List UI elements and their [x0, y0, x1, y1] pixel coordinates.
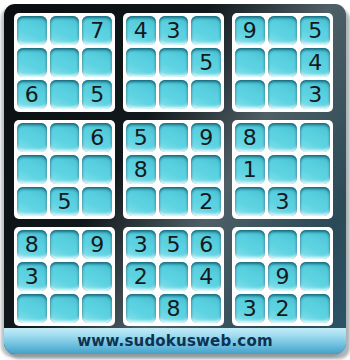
- cell-r5c8[interactable]: [268, 155, 298, 184]
- cell-r9c5[interactable]: 8: [159, 294, 189, 323]
- cell-r9c4[interactable]: [126, 294, 156, 323]
- cell-r1c1[interactable]: [17, 16, 47, 45]
- cell-r7c4[interactable]: 3: [126, 230, 156, 259]
- cell-r3c1[interactable]: 6: [17, 80, 47, 109]
- cell-r3c6[interactable]: [191, 80, 221, 109]
- cell-r2c1[interactable]: [17, 48, 47, 77]
- cell-r5c2[interactable]: [50, 155, 80, 184]
- cell-r3c5[interactable]: [159, 80, 189, 109]
- cell-r2c2[interactable]: [50, 48, 80, 77]
- box-6: 813: [232, 120, 333, 219]
- cell-r4c7[interactable]: 8: [235, 123, 265, 152]
- cell-r9c3[interactable]: [82, 294, 112, 323]
- cell-r3c7[interactable]: [235, 80, 265, 109]
- cell-r5c1[interactable]: [17, 155, 47, 184]
- cell-r1c9[interactable]: 5: [300, 16, 330, 45]
- cell-r6c2[interactable]: 5: [50, 187, 80, 216]
- cell-r2c3[interactable]: [82, 48, 112, 77]
- site-url[interactable]: www.sudokusweb.com: [77, 332, 272, 350]
- cell-r7c7[interactable]: [235, 230, 265, 259]
- cell-r4c4[interactable]: 5: [126, 123, 156, 152]
- cell-r6c7[interactable]: [235, 187, 265, 216]
- cell-r4c6[interactable]: 9: [191, 123, 221, 152]
- box-9: 932: [232, 227, 333, 326]
- footer-bar: www.sudokusweb.com: [4, 328, 346, 354]
- cell-r6c5[interactable]: [159, 187, 189, 216]
- cell-r7c5[interactable]: 5: [159, 230, 189, 259]
- cell-r3c9[interactable]: 3: [300, 80, 330, 109]
- cell-r1c8[interactable]: [268, 16, 298, 45]
- cell-r7c3[interactable]: 9: [82, 230, 112, 259]
- cell-r4c2[interactable]: [50, 123, 80, 152]
- cell-r7c6[interactable]: 6: [191, 230, 221, 259]
- cell-r8c6[interactable]: 4: [191, 262, 221, 291]
- cell-r9c2[interactable]: [50, 294, 80, 323]
- cell-r8c2[interactable]: [50, 262, 80, 291]
- cell-r9c1[interactable]: [17, 294, 47, 323]
- cell-r3c8[interactable]: [268, 80, 298, 109]
- cell-r8c4[interactable]: 2: [126, 262, 156, 291]
- cell-r7c1[interactable]: 8: [17, 230, 47, 259]
- cell-r1c6[interactable]: [191, 16, 221, 45]
- cell-r5c9[interactable]: [300, 155, 330, 184]
- cell-r4c8[interactable]: [268, 123, 298, 152]
- box-1: 765: [14, 13, 115, 112]
- cell-r1c7[interactable]: 9: [235, 16, 265, 45]
- cell-r7c9[interactable]: [300, 230, 330, 259]
- box-7: 893: [14, 227, 115, 326]
- cell-r1c5[interactable]: 3: [159, 16, 189, 45]
- cell-r5c7[interactable]: 1: [235, 155, 265, 184]
- cell-r9c9[interactable]: [300, 294, 330, 323]
- cell-r8c1[interactable]: 3: [17, 262, 47, 291]
- sudoku-board: 7654359543655982813893356248932 www.sudo…: [4, 4, 346, 354]
- cell-r7c2[interactable]: [50, 230, 80, 259]
- cell-r8c7[interactable]: [235, 262, 265, 291]
- box-4: 65: [14, 120, 115, 219]
- cell-r1c2[interactable]: [50, 16, 80, 45]
- cell-r3c4[interactable]: [126, 80, 156, 109]
- cell-r8c3[interactable]: [82, 262, 112, 291]
- cell-r5c3[interactable]: [82, 155, 112, 184]
- cell-r1c3[interactable]: 7: [82, 16, 112, 45]
- cell-r2c8[interactable]: [268, 48, 298, 77]
- cell-r2c9[interactable]: 4: [300, 48, 330, 77]
- cell-r4c3[interactable]: 6: [82, 123, 112, 152]
- cell-r5c4[interactable]: 8: [126, 155, 156, 184]
- cell-r6c9[interactable]: [300, 187, 330, 216]
- cell-r5c6[interactable]: [191, 155, 221, 184]
- cell-r4c5[interactable]: [159, 123, 189, 152]
- box-5: 5982: [123, 120, 224, 219]
- cell-r9c8[interactable]: 2: [268, 294, 298, 323]
- cell-r9c7[interactable]: 3: [235, 294, 265, 323]
- cell-r6c8[interactable]: 3: [268, 187, 298, 216]
- cell-r8c5[interactable]: [159, 262, 189, 291]
- cell-r8c9[interactable]: [300, 262, 330, 291]
- cell-r3c3[interactable]: 5: [82, 80, 112, 109]
- cell-r7c8[interactable]: [268, 230, 298, 259]
- cell-r6c1[interactable]: [17, 187, 47, 216]
- cell-r4c1[interactable]: [17, 123, 47, 152]
- page: 7654359543655982813893356248932 www.sudo…: [0, 0, 350, 360]
- box-8: 356248: [123, 227, 224, 326]
- cell-r5c5[interactable]: [159, 155, 189, 184]
- cell-r2c4[interactable]: [126, 48, 156, 77]
- cell-r3c2[interactable]: [50, 80, 80, 109]
- cell-r6c6[interactable]: 2: [191, 187, 221, 216]
- cell-r6c3[interactable]: [82, 187, 112, 216]
- sudoku-grid: 7654359543655982813893356248932: [14, 13, 333, 326]
- cell-r2c7[interactable]: [235, 48, 265, 77]
- cell-r4c9[interactable]: [300, 123, 330, 152]
- box-3: 9543: [232, 13, 333, 112]
- cell-r9c6[interactable]: [191, 294, 221, 323]
- cell-r1c4[interactable]: 4: [126, 16, 156, 45]
- box-2: 435: [123, 13, 224, 112]
- cell-r2c6[interactable]: 5: [191, 48, 221, 77]
- cell-r6c4[interactable]: [126, 187, 156, 216]
- cell-r8c8[interactable]: 9: [268, 262, 298, 291]
- cell-r2c5[interactable]: [159, 48, 189, 77]
